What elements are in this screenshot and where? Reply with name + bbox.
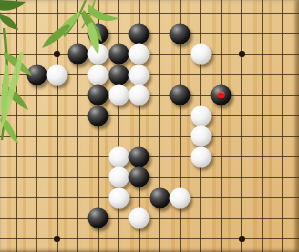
black-stone <box>170 23 191 44</box>
star-point <box>54 51 60 57</box>
white-stone <box>190 105 211 126</box>
white-stone <box>190 44 211 65</box>
black-stone <box>26 64 47 85</box>
grid-line-vertical <box>16 0 17 252</box>
grid-line-horizontal <box>0 115 299 116</box>
white-stone <box>190 126 211 147</box>
grid-line-horizontal <box>0 54 299 55</box>
goban-board[interactable] <box>0 0 299 252</box>
grid-line-vertical <box>262 0 263 252</box>
black-stone <box>67 44 88 65</box>
white-stone <box>129 64 150 85</box>
grid-line-vertical <box>159 0 160 252</box>
white-stone <box>108 187 129 208</box>
grid-line-horizontal <box>0 177 299 178</box>
white-stone <box>190 146 211 167</box>
grid-line-vertical <box>77 0 78 252</box>
grid-line-vertical <box>36 0 37 252</box>
star-point <box>54 236 60 242</box>
black-stone <box>88 105 109 126</box>
grid-line-horizontal <box>0 95 299 96</box>
grid-line-vertical <box>118 0 119 252</box>
grid-line-horizontal <box>0 136 299 137</box>
black-stone <box>108 64 129 85</box>
white-stone <box>108 146 129 167</box>
black-stone <box>129 146 150 167</box>
white-stone <box>108 167 129 188</box>
grid-line-vertical <box>282 0 283 252</box>
grid-line-horizontal <box>0 218 299 219</box>
grid-line-horizontal <box>0 33 299 34</box>
black-stone <box>88 85 109 106</box>
white-stone <box>88 64 109 85</box>
white-stone <box>47 64 68 85</box>
grid-line-horizontal <box>0 238 299 239</box>
star-point <box>239 236 245 242</box>
black-stone <box>149 187 170 208</box>
white-stone <box>88 44 109 65</box>
grid-line-horizontal <box>0 156 299 157</box>
black-stone <box>108 44 129 65</box>
white-stone <box>129 208 150 229</box>
black-stone <box>129 167 150 188</box>
black-stone <box>88 208 109 229</box>
black-stone <box>88 23 109 44</box>
grid-line-vertical <box>221 0 222 252</box>
white-stone <box>129 44 150 65</box>
grid-line-horizontal <box>0 13 299 14</box>
black-stone <box>129 23 150 44</box>
white-stone <box>170 187 191 208</box>
white-stone <box>108 85 129 106</box>
white-stone <box>129 85 150 106</box>
black-stone <box>170 85 191 106</box>
star-point <box>239 51 245 57</box>
grid-line-vertical <box>57 0 58 252</box>
grid-line-vertical <box>241 0 242 252</box>
last-move-marker <box>218 92 225 99</box>
